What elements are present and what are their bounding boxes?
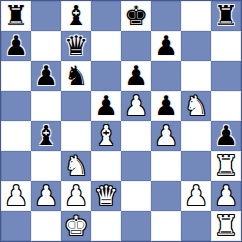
black-pawn-f5: ♟	[154, 92, 178, 119]
square-c7[interactable]: ♛	[61, 31, 91, 61]
black-queen-c7: ♛	[64, 32, 88, 59]
black-knight-c6: ♞	[64, 62, 88, 89]
square-d3[interactable]	[91, 151, 121, 181]
square-g8[interactable]	[181, 1, 211, 31]
square-h6[interactable]	[211, 61, 241, 91]
square-b2[interactable]: ♟	[31, 181, 61, 211]
white-queen-d2: ♛	[94, 182, 118, 209]
white-bishop-d4: ♝	[94, 122, 118, 149]
square-e7[interactable]	[121, 31, 151, 61]
square-c3[interactable]: ♞	[61, 151, 91, 181]
square-h2[interactable]: ♟	[211, 181, 241, 211]
black-rook-h8: ♜	[214, 2, 238, 29]
square-f1[interactable]	[151, 211, 181, 241]
square-g2[interactable]: ♟	[181, 181, 211, 211]
square-d5[interactable]: ♟	[91, 91, 121, 121]
black-pawn-d5: ♟	[94, 92, 118, 119]
square-d4[interactable]: ♝	[91, 121, 121, 151]
square-a5[interactable]	[1, 91, 31, 121]
black-bishop-b4: ♝	[34, 122, 58, 149]
black-bishop-c8: ♝	[64, 2, 88, 29]
black-rook-a8: ♜	[4, 2, 28, 29]
square-h5[interactable]	[211, 91, 241, 121]
square-a6[interactable]	[1, 61, 31, 91]
square-h7[interactable]	[211, 31, 241, 61]
white-rook-h3: ♜	[214, 152, 238, 179]
square-f7[interactable]: ♟	[151, 31, 181, 61]
square-f6[interactable]	[151, 61, 181, 91]
square-f2[interactable]	[151, 181, 181, 211]
chess-board-container: ♜♝♚♜♟♛♟♟♞♟♟♟♟♞♝♝♟♟♞♜♟♟♟♛♟♟♚♜	[0, 0, 242, 242]
square-e2[interactable]	[121, 181, 151, 211]
square-e6[interactable]: ♟	[121, 61, 151, 91]
square-a2[interactable]: ♟	[1, 181, 31, 211]
white-pawn-g2: ♟	[184, 182, 208, 209]
white-pawn-f4: ♟	[154, 122, 178, 149]
square-g7[interactable]	[181, 31, 211, 61]
square-f4[interactable]: ♟	[151, 121, 181, 151]
square-b4[interactable]: ♝	[31, 121, 61, 151]
white-pawn-a2: ♟	[4, 182, 28, 209]
white-pawn-b2: ♟	[34, 182, 58, 209]
square-f5[interactable]: ♟	[151, 91, 181, 121]
black-king-e8: ♚	[124, 2, 148, 29]
square-g3[interactable]	[181, 151, 211, 181]
black-pawn-e6: ♟	[124, 62, 148, 89]
square-d2[interactable]: ♛	[91, 181, 121, 211]
white-knight-c3: ♞	[64, 152, 88, 179]
square-a3[interactable]	[1, 151, 31, 181]
square-b6[interactable]: ♟	[31, 61, 61, 91]
white-pawn-e5: ♟	[124, 92, 148, 119]
square-h1[interactable]: ♜	[211, 211, 241, 241]
square-b5[interactable]	[31, 91, 61, 121]
square-c1[interactable]: ♚	[61, 211, 91, 241]
square-g5[interactable]: ♞	[181, 91, 211, 121]
square-c2[interactable]: ♟	[61, 181, 91, 211]
square-g6[interactable]	[181, 61, 211, 91]
square-g1[interactable]	[181, 211, 211, 241]
square-e3[interactable]	[121, 151, 151, 181]
white-rook-h1: ♜	[214, 212, 238, 239]
square-b1[interactable]	[31, 211, 61, 241]
square-a8[interactable]: ♜	[1, 1, 31, 31]
square-e8[interactable]: ♚	[121, 1, 151, 31]
white-knight-g5: ♞	[184, 92, 208, 119]
square-a7[interactable]: ♟	[1, 31, 31, 61]
square-c8[interactable]: ♝	[61, 1, 91, 31]
square-d1[interactable]	[91, 211, 121, 241]
black-pawn-b6: ♟	[34, 62, 58, 89]
square-f8[interactable]	[151, 1, 181, 31]
square-a1[interactable]	[1, 211, 31, 241]
square-h3[interactable]: ♜	[211, 151, 241, 181]
square-d6[interactable]	[91, 61, 121, 91]
square-e1[interactable]	[121, 211, 151, 241]
square-a4[interactable]	[1, 121, 31, 151]
square-b7[interactable]	[31, 31, 61, 61]
square-h8[interactable]: ♜	[211, 1, 241, 31]
square-d7[interactable]	[91, 31, 121, 61]
square-e4[interactable]	[121, 121, 151, 151]
square-h4[interactable]: ♟	[211, 121, 241, 151]
white-pawn-c2: ♟	[64, 182, 88, 209]
square-c4[interactable]	[61, 121, 91, 151]
square-g4[interactable]	[181, 121, 211, 151]
black-pawn-h4: ♟	[214, 122, 238, 149]
square-c6[interactable]: ♞	[61, 61, 91, 91]
square-b8[interactable]	[31, 1, 61, 31]
square-c5[interactable]	[61, 91, 91, 121]
white-pawn-h2: ♟	[214, 182, 238, 209]
square-e5[interactable]: ♟	[121, 91, 151, 121]
square-d8[interactable]	[91, 1, 121, 31]
black-pawn-a7: ♟	[4, 32, 28, 59]
black-pawn-f7: ♟	[154, 32, 178, 59]
white-king-c1: ♚	[64, 212, 88, 239]
chess-board: ♜♝♚♜♟♛♟♟♞♟♟♟♟♞♝♝♟♟♞♜♟♟♟♛♟♟♚♜	[0, 0, 242, 242]
square-b3[interactable]	[31, 151, 61, 181]
square-f3[interactable]	[151, 151, 181, 181]
